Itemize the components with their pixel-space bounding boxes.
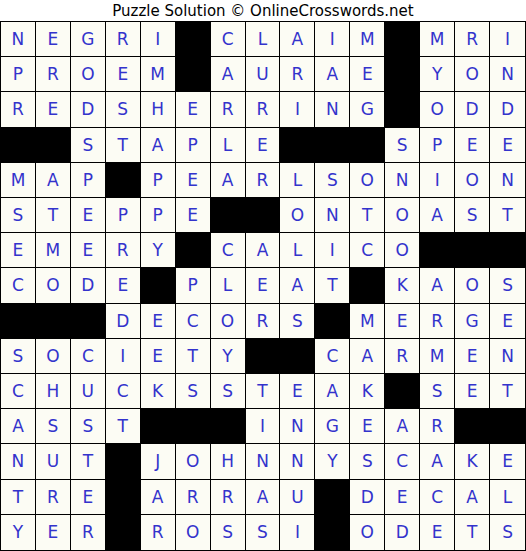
letter-cell-r11c1: C — [1, 374, 36, 409]
letter-cell-r9c11: M — [350, 304, 385, 339]
letter-cell-r14c13: C — [420, 480, 455, 515]
letter-cell-r6c11: T — [350, 198, 385, 233]
letter-cell-r1c14: R — [455, 22, 490, 57]
letter-cell-r8c2: O — [36, 268, 71, 303]
letter-cell-r11c14: E — [455, 374, 490, 409]
letter-cell-r12c10: G — [315, 409, 350, 444]
black-cell-r7c15 — [490, 233, 525, 268]
letter-cell-r4c3: S — [71, 128, 106, 163]
letter-cell-r5c15: N — [490, 163, 525, 198]
black-cell-r6c7 — [211, 198, 246, 233]
letter-cell-r10c12: R — [385, 339, 420, 374]
letter-cell-r10c5: E — [141, 339, 176, 374]
letter-cell-r3c8: R — [246, 92, 281, 127]
letter-cell-r10c4: I — [106, 339, 141, 374]
letter-cell-r15c6: O — [176, 515, 211, 550]
letter-cell-r4c12: S — [385, 128, 420, 163]
letter-cell-r9c14: G — [455, 304, 490, 339]
black-cell-r12c15 — [490, 409, 525, 444]
letter-cell-r11c13: S — [420, 374, 455, 409]
black-cell-r10c8 — [246, 339, 281, 374]
letter-cell-r10c15: N — [490, 339, 525, 374]
letter-cell-r7c9: L — [280, 233, 315, 268]
letter-cell-r8c12: K — [385, 268, 420, 303]
black-cell-r2c12 — [385, 57, 420, 92]
letter-cell-r13c2: U — [36, 444, 71, 479]
black-cell-r12c5 — [141, 409, 176, 444]
letter-cell-r5c11: O — [350, 163, 385, 198]
letter-cell-r6c3: E — [71, 198, 106, 233]
letter-cell-r14c12: E — [385, 480, 420, 515]
letter-cell-r2c9: R — [280, 57, 315, 92]
black-cell-r15c10 — [315, 515, 350, 550]
letter-cell-r12c8: I — [246, 409, 281, 444]
letter-cell-r15c3: R — [71, 515, 106, 550]
black-cell-r12c14 — [455, 409, 490, 444]
letter-cell-r11c10: A — [315, 374, 350, 409]
letter-cell-r9c7: O — [211, 304, 246, 339]
letter-cell-r1c10: I — [315, 22, 350, 57]
black-cell-r9c3 — [71, 304, 106, 339]
letter-cell-r1c13: M — [420, 22, 455, 57]
letter-cell-r14c3: E — [71, 480, 106, 515]
letter-cell-r6c15: T — [490, 198, 525, 233]
black-cell-r12c7 — [211, 409, 246, 444]
letter-cell-r3c2: E — [36, 92, 71, 127]
letter-cell-r15c14: T — [455, 515, 490, 550]
letter-cell-r12c9: N — [280, 409, 315, 444]
letter-cell-r3c6: E — [176, 92, 211, 127]
letter-cell-r14c5: A — [141, 480, 176, 515]
letter-cell-r7c4: R — [106, 233, 141, 268]
letter-cell-r6c14: S — [455, 198, 490, 233]
letter-cell-r11c15: T — [490, 374, 525, 409]
letter-cell-r5c3: P — [71, 163, 106, 198]
letter-cell-r9c4: D — [106, 304, 141, 339]
letter-cell-r11c3: U — [71, 374, 106, 409]
black-cell-r12c6 — [176, 409, 211, 444]
letter-cell-r5c5: P — [141, 163, 176, 198]
letter-cell-r11c5: K — [141, 374, 176, 409]
black-cell-r11c12 — [385, 374, 420, 409]
letter-cell-r13c12: C — [385, 444, 420, 479]
letter-cell-r13c15: E — [490, 444, 525, 479]
letter-cell-r15c8: S — [246, 515, 281, 550]
black-cell-r9c1 — [1, 304, 36, 339]
letter-cell-r10c11: A — [350, 339, 385, 374]
letter-cell-r4c13: P — [420, 128, 455, 163]
letter-cell-r3c15: D — [490, 92, 525, 127]
letter-cell-r3c3: D — [71, 92, 106, 127]
letter-cell-r11c9: E — [280, 374, 315, 409]
black-cell-r4c10 — [315, 128, 350, 163]
letter-cell-r1c7: C — [211, 22, 246, 57]
letter-cell-r2c7: A — [211, 57, 246, 92]
letter-cell-r7c7: C — [211, 233, 246, 268]
letter-cell-r13c7: H — [211, 444, 246, 479]
letter-cell-r12c13: R — [420, 409, 455, 444]
letter-cell-r1c1: N — [1, 22, 36, 57]
letter-cell-r11c2: H — [36, 374, 71, 409]
letter-cell-r3c11: G — [350, 92, 385, 127]
letter-cell-r3c4: S — [106, 92, 141, 127]
black-cell-r6c8 — [246, 198, 281, 233]
letter-cell-r14c15: L — [490, 480, 525, 515]
letter-cell-r14c9: U — [280, 480, 315, 515]
black-cell-r14c10 — [315, 480, 350, 515]
letter-cell-r11c4: C — [106, 374, 141, 409]
letter-cell-r10c6: T — [176, 339, 211, 374]
letter-cell-r6c4: P — [106, 198, 141, 233]
crossword-grid: NEGRICLAIMMRIPROEMAURAEYONREDSHERRINGODD… — [0, 21, 526, 551]
letter-cell-r9c5: E — [141, 304, 176, 339]
page-title: Puzzle Solution © OnlineCrosswords.net — [0, 0, 526, 21]
black-cell-r4c11 — [350, 128, 385, 163]
letter-cell-r5c13: I — [420, 163, 455, 198]
letter-cell-r7c5: Y — [141, 233, 176, 268]
letter-cell-r5c2: A — [36, 163, 71, 198]
letter-cell-r2c2: R — [36, 57, 71, 92]
black-cell-r8c5 — [141, 268, 176, 303]
letter-cell-r6c9: O — [280, 198, 315, 233]
letter-cell-r6c5: P — [141, 198, 176, 233]
letter-cell-r1c4: R — [106, 22, 141, 57]
letter-cell-r9c6: C — [176, 304, 211, 339]
letter-cell-r11c8: T — [246, 374, 281, 409]
letter-cell-r14c7: R — [211, 480, 246, 515]
letter-cell-r13c8: N — [246, 444, 281, 479]
letter-cell-r7c8: A — [246, 233, 281, 268]
letter-cell-r3c13: O — [420, 92, 455, 127]
letter-cell-r7c1: E — [1, 233, 36, 268]
letter-cell-r10c2: O — [36, 339, 71, 374]
letter-cell-r8c14: O — [455, 268, 490, 303]
letter-cell-r6c1: S — [1, 198, 36, 233]
letter-cell-r2c15: N — [490, 57, 525, 92]
letter-cell-r7c11: C — [350, 233, 385, 268]
letter-cell-r5c14: O — [455, 163, 490, 198]
letter-cell-r1c11: M — [350, 22, 385, 57]
letter-cell-r13c10: Y — [315, 444, 350, 479]
letter-cell-r15c9: I — [280, 515, 315, 550]
letter-cell-r13c11: S — [350, 444, 385, 479]
letter-cell-r6c2: T — [36, 198, 71, 233]
black-cell-r4c9 — [280, 128, 315, 163]
letter-cell-r2c1: P — [1, 57, 36, 92]
letter-cell-r15c2: E — [36, 515, 71, 550]
letter-cell-r8c9: A — [280, 268, 315, 303]
letter-cell-r12c3: S — [71, 409, 106, 444]
letter-cell-r9c8: R — [246, 304, 281, 339]
black-cell-r7c13 — [420, 233, 455, 268]
letter-cell-r4c6: P — [176, 128, 211, 163]
letter-cell-r7c10: I — [315, 233, 350, 268]
letter-cell-r13c5: J — [141, 444, 176, 479]
letter-cell-r14c8: A — [246, 480, 281, 515]
letter-cell-r15c15: S — [490, 515, 525, 550]
letter-cell-r1c2: E — [36, 22, 71, 57]
letter-cell-r8c1: C — [1, 268, 36, 303]
letter-cell-r7c12: O — [385, 233, 420, 268]
black-cell-r2c6 — [176, 57, 211, 92]
black-cell-r1c12 — [385, 22, 420, 57]
letter-cell-r13c13: A — [420, 444, 455, 479]
black-cell-r4c2 — [36, 128, 71, 163]
letter-cell-r10c10: C — [315, 339, 350, 374]
letter-cell-r10c7: Y — [211, 339, 246, 374]
letter-cell-r2c3: O — [71, 57, 106, 92]
letter-cell-r14c1: T — [1, 480, 36, 515]
letter-cell-r10c13: M — [420, 339, 455, 374]
letter-cell-r13c3: T — [71, 444, 106, 479]
letter-cell-r4c14: E — [455, 128, 490, 163]
letter-cell-r5c10: S — [315, 163, 350, 198]
letter-cell-r4c15: E — [490, 128, 525, 163]
letter-cell-r8c4: E — [106, 268, 141, 303]
letter-cell-r5c9: L — [280, 163, 315, 198]
letter-cell-r1c5: I — [141, 22, 176, 57]
letter-cell-r7c3: E — [71, 233, 106, 268]
letter-cell-r6c6: E — [176, 198, 211, 233]
letter-cell-r2c10: A — [315, 57, 350, 92]
letter-cell-r5c12: N — [385, 163, 420, 198]
letter-cell-r2c13: Y — [420, 57, 455, 92]
black-cell-r9c2 — [36, 304, 71, 339]
letter-cell-r8c13: A — [420, 268, 455, 303]
letter-cell-r6c12: O — [385, 198, 420, 233]
letter-cell-r11c6: S — [176, 374, 211, 409]
letter-cell-r15c1: Y — [1, 515, 36, 550]
letter-cell-r13c1: N — [1, 444, 36, 479]
letter-cell-r3c7: R — [211, 92, 246, 127]
letter-cell-r5c7: A — [211, 163, 246, 198]
letter-cell-r13c6: O — [176, 444, 211, 479]
letter-cell-r14c14: A — [455, 480, 490, 515]
letter-cell-r5c8: R — [246, 163, 281, 198]
black-cell-r10c9 — [280, 339, 315, 374]
letter-cell-r15c11: O — [350, 515, 385, 550]
black-cell-r14c4 — [106, 480, 141, 515]
letter-cell-r13c14: K — [455, 444, 490, 479]
letter-cell-r15c12: D — [385, 515, 420, 550]
black-cell-r4c1 — [1, 128, 36, 163]
letter-cell-r4c4: T — [106, 128, 141, 163]
letter-cell-r5c1: M — [1, 163, 36, 198]
letter-cell-r8c7: L — [211, 268, 246, 303]
letter-cell-r15c5: R — [141, 515, 176, 550]
letter-cell-r8c15: S — [490, 268, 525, 303]
letter-cell-r10c14: E — [455, 339, 490, 374]
letter-cell-r2c4: E — [106, 57, 141, 92]
letter-cell-r8c10: T — [315, 268, 350, 303]
letter-cell-r4c5: A — [141, 128, 176, 163]
letter-cell-r15c7: S — [211, 515, 246, 550]
black-cell-r13c4 — [106, 444, 141, 479]
black-cell-r1c6 — [176, 22, 211, 57]
letter-cell-r3c5: H — [141, 92, 176, 127]
letter-cell-r2c5: M — [141, 57, 176, 92]
letter-cell-r2c8: U — [246, 57, 281, 92]
letter-cell-r2c11: E — [350, 57, 385, 92]
black-cell-r5c4 — [106, 163, 141, 198]
letter-cell-r9c15: E — [490, 304, 525, 339]
letter-cell-r15c13: E — [420, 515, 455, 550]
letter-cell-r12c1: A — [1, 409, 36, 444]
letter-cell-r3c9: I — [280, 92, 315, 127]
letter-cell-r11c7: S — [211, 374, 246, 409]
letter-cell-r9c12: E — [385, 304, 420, 339]
letter-cell-r12c11: E — [350, 409, 385, 444]
letter-cell-r12c12: A — [385, 409, 420, 444]
letter-cell-r1c9: A — [280, 22, 315, 57]
letter-cell-r14c2: R — [36, 480, 71, 515]
letter-cell-r12c4: T — [106, 409, 141, 444]
black-cell-r8c11 — [350, 268, 385, 303]
letter-cell-r1c15: I — [490, 22, 525, 57]
black-cell-r9c10 — [315, 304, 350, 339]
letter-cell-r1c3: G — [71, 22, 106, 57]
letter-cell-r4c7: L — [211, 128, 246, 163]
letter-cell-r8c8: E — [246, 268, 281, 303]
letter-cell-r9c9: S — [280, 304, 315, 339]
letter-cell-r6c10: N — [315, 198, 350, 233]
letter-cell-r3c1: R — [1, 92, 36, 127]
letter-cell-r13c9: N — [280, 444, 315, 479]
letter-cell-r2c14: O — [455, 57, 490, 92]
letter-cell-r6c13: A — [420, 198, 455, 233]
letter-cell-r12c2: S — [36, 409, 71, 444]
letter-cell-r7c2: M — [36, 233, 71, 268]
black-cell-r7c14 — [455, 233, 490, 268]
letter-cell-r14c11: D — [350, 480, 385, 515]
letter-cell-r9c13: R — [420, 304, 455, 339]
black-cell-r15c4 — [106, 515, 141, 550]
letter-cell-r8c6: P — [176, 268, 211, 303]
letter-cell-r4c8: E — [246, 128, 281, 163]
letter-cell-r5c6: E — [176, 163, 211, 198]
black-cell-r3c12 — [385, 92, 420, 127]
letter-cell-r11c11: K — [350, 374, 385, 409]
letter-cell-r10c3: C — [71, 339, 106, 374]
letter-cell-r3c10: N — [315, 92, 350, 127]
letter-cell-r14c6: R — [176, 480, 211, 515]
letter-cell-r1c8: L — [246, 22, 281, 57]
letter-cell-r8c3: D — [71, 268, 106, 303]
letter-cell-r10c1: S — [1, 339, 36, 374]
letter-cell-r3c14: D — [455, 92, 490, 127]
black-cell-r7c6 — [176, 233, 211, 268]
